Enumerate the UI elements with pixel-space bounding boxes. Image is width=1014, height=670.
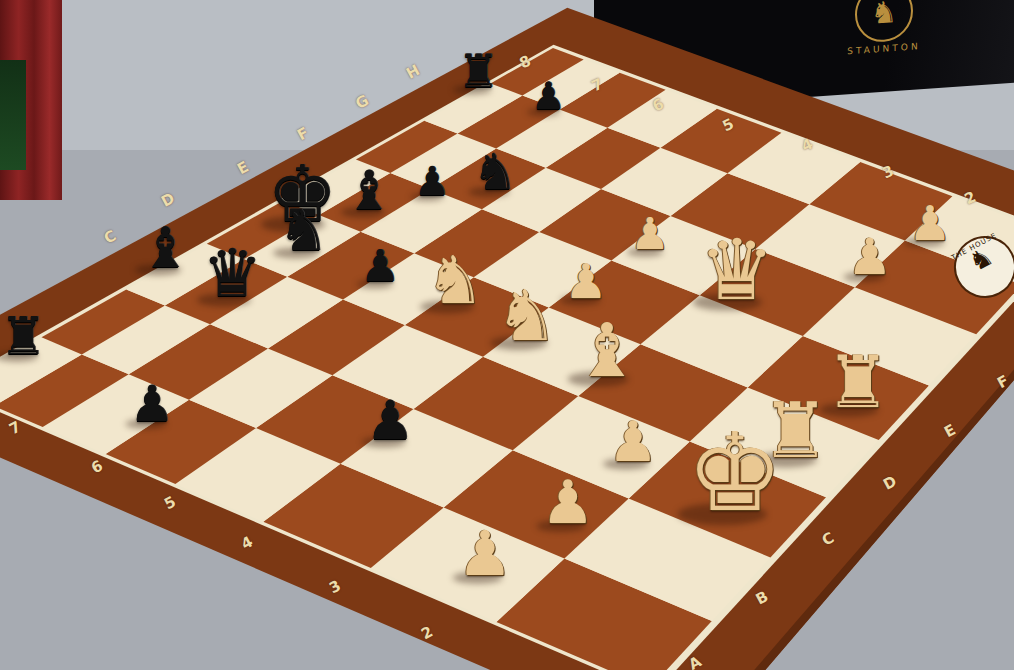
piece-white-pawn-g2-g2[interactable]: ♟ bbox=[848, 232, 893, 282]
piece-black-knight-d7-d7[interactable]: ♞ bbox=[278, 203, 328, 259]
black-pawn-d6-glyph: ♟ bbox=[360, 244, 399, 288]
piece-black-knight-f6-f6[interactable]: ♞ bbox=[473, 147, 518, 197]
piece-black-pawn-b4-b4[interactable]: ♟ bbox=[366, 394, 414, 448]
piece-white-pawn-h2-h2[interactable]: ♟ bbox=[908, 199, 951, 247]
white-knight-1-glyph: ♞ bbox=[425, 248, 484, 314]
black-pawn-g7-glyph: ♟ bbox=[531, 77, 565, 115]
piece-black-bishop-c8-c8[interactable]: ♝ bbox=[140, 220, 190, 276]
piece-black-pawn-g7-g7[interactable]: ♟ bbox=[531, 77, 565, 115]
piece-black-pawn-d6-d6[interactable]: ♟ bbox=[360, 244, 399, 288]
piece-white-pawn-a2-a2[interactable]: ♟ bbox=[457, 523, 513, 585]
piece-white-king-c1[interactable]: ♚ bbox=[687, 419, 784, 527]
piece-white-knight-1-d5[interactable]: ♞ bbox=[425, 248, 484, 314]
black-rook-g8-glyph: ♜ bbox=[457, 48, 498, 94]
piece-black-rook-a8-a8[interactable]: ♜ bbox=[0, 310, 46, 362]
white-bishop-glyph: ♝ bbox=[574, 313, 640, 387]
white-rook-2-glyph: ♜ bbox=[826, 346, 891, 418]
piece-white-pawn-c2-c2[interactable]: ♟ bbox=[608, 414, 658, 470]
black-pawn-f7-glyph: ♟ bbox=[414, 161, 450, 201]
piece-black-queen-c7[interactable]: ♛ bbox=[202, 241, 261, 307]
black-rook-a8-glyph: ♜ bbox=[0, 310, 46, 362]
piece-black-pawn-f7-f7[interactable]: ♟ bbox=[414, 161, 450, 201]
white-pawn-b2-glyph: ♟ bbox=[541, 472, 595, 532]
piece-black-bishop-e7-e7[interactable]: ♝ bbox=[345, 164, 393, 218]
white-knight-2-glyph: ♞ bbox=[496, 281, 559, 351]
piece-white-pawn-e4-e4[interactable]: ♟ bbox=[564, 257, 607, 305]
black-pawn-a6-glyph: ♟ bbox=[130, 379, 175, 429]
piece-white-pawn-f4-f4[interactable]: ♟ bbox=[630, 212, 669, 256]
black-pawn-b4-glyph: ♟ bbox=[366, 394, 414, 448]
piece-white-bishop-d3[interactable]: ♝ bbox=[574, 313, 640, 387]
white-pawn-e4-glyph: ♟ bbox=[564, 257, 607, 305]
piece-black-rook-g8-g8[interactable]: ♜ bbox=[457, 48, 498, 94]
piece-white-queen-f3[interactable]: ♛ bbox=[699, 228, 774, 312]
piece-white-rook-2-e1[interactable]: ♜ bbox=[826, 346, 891, 418]
white-pawn-a2-glyph: ♟ bbox=[457, 523, 513, 585]
white-king-glyph: ♚ bbox=[687, 419, 784, 527]
piece-white-pawn-b2-b2[interactable]: ♟ bbox=[541, 472, 595, 532]
piece-white-knight-2-d4[interactable]: ♞ bbox=[496, 281, 559, 351]
white-pawn-c2-glyph: ♟ bbox=[608, 414, 658, 470]
white-pawn-h2-glyph: ♟ bbox=[908, 199, 951, 247]
black-knight-d7-glyph: ♞ bbox=[278, 203, 328, 259]
white-pawn-g2-glyph: ♟ bbox=[848, 232, 893, 282]
black-bishop-e7-glyph: ♝ bbox=[345, 164, 393, 218]
white-pawn-f4-glyph: ♟ bbox=[630, 212, 669, 256]
photo-stage: { "game": "chess", "scene_title": "House… bbox=[0, 0, 1014, 670]
piece-black-pawn-a6-a6[interactable]: ♟ bbox=[130, 379, 175, 429]
black-knight-f6-glyph: ♞ bbox=[473, 147, 518, 197]
white-queen-glyph: ♛ bbox=[699, 228, 774, 312]
black-queen-glyph: ♛ bbox=[202, 241, 261, 307]
black-bishop-c8-glyph: ♝ bbox=[140, 220, 190, 276]
